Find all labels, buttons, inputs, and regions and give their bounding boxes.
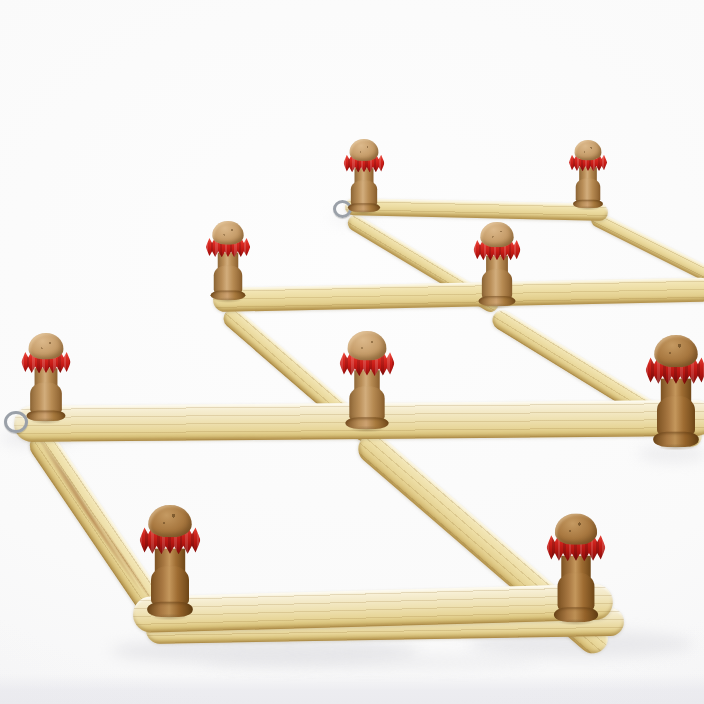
peg-body xyxy=(30,382,62,414)
peg-body xyxy=(482,269,512,299)
peg-row3-right xyxy=(646,335,704,447)
backdrop-band xyxy=(0,674,704,704)
peg-foot xyxy=(653,432,699,447)
peg-body xyxy=(214,265,242,293)
peg-top-left xyxy=(342,139,386,212)
peg-dome xyxy=(212,221,244,245)
peg-body xyxy=(349,386,384,421)
peg-dome xyxy=(347,331,386,360)
peg-dome xyxy=(480,222,514,247)
peg-dome xyxy=(654,335,698,367)
peg-body xyxy=(558,572,595,611)
peg-dome xyxy=(28,333,63,359)
peg-row3-middle xyxy=(338,331,397,429)
peg-row3-left xyxy=(20,333,73,421)
peg-foot xyxy=(345,417,388,429)
product-photo-canvas xyxy=(0,0,704,704)
peg-bottom-right xyxy=(547,513,606,622)
peg-dome xyxy=(555,513,597,544)
peg-bottom-left xyxy=(140,505,201,617)
peg-foot xyxy=(27,410,66,421)
peg-foot xyxy=(479,296,516,306)
shadow-floor-center xyxy=(200,655,540,669)
peg-dome xyxy=(349,139,378,161)
peg-body xyxy=(657,396,695,436)
peg-foot xyxy=(211,291,246,300)
peg-body xyxy=(351,180,377,206)
peg-foot xyxy=(573,200,603,208)
peg-foot xyxy=(554,607,598,622)
rail-second xyxy=(213,278,704,312)
diagonal-top-right xyxy=(589,210,704,283)
peg-dome xyxy=(148,505,192,537)
peg-dome xyxy=(574,140,601,160)
peg-foot xyxy=(348,203,380,212)
peg-top-right xyxy=(568,140,609,208)
peg-row2-middle xyxy=(472,222,522,306)
peg-body xyxy=(151,566,189,606)
peg-foot xyxy=(147,602,193,617)
peg-row2-left xyxy=(204,221,251,300)
